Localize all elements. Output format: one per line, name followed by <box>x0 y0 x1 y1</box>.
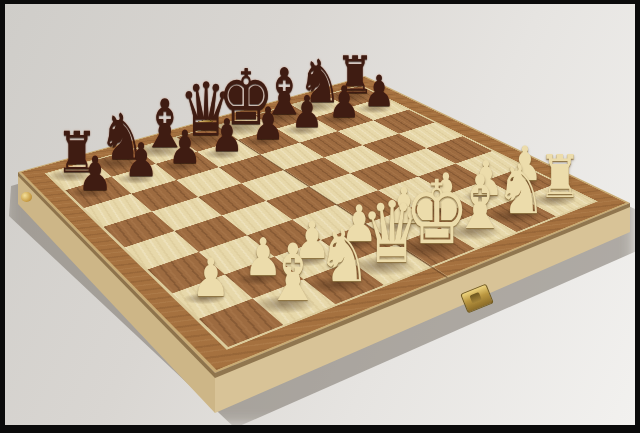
piece-contact-shadow <box>71 188 108 198</box>
piece-black-knight-g8: ♞ <box>298 53 342 113</box>
piece-black-bishop-c8: ♝ <box>140 91 189 158</box>
piece-black-rook-h8: ♜ <box>336 50 374 102</box>
piece-black-pawn-c7: ♟ <box>168 125 202 171</box>
piece-white-bishop-b1: ♝ <box>264 234 322 313</box>
piece-white-queen-d1: ♛ <box>360 190 423 275</box>
piece-white-pawn-a2: ♟ <box>191 251 230 304</box>
piece-white-king-e1: ♚ <box>405 170 470 258</box>
piece-white-pawn-h2: ♟ <box>507 140 542 187</box>
piece-black-bishop-f8: ♝ <box>260 59 307 123</box>
piece-contact-shadow <box>253 296 314 313</box>
piece-contact-shadow <box>348 257 414 276</box>
piece-white-pawn-b2: ♟ <box>244 233 282 285</box>
piece-black-pawn-h7: ♟ <box>364 70 396 113</box>
piece-black-pawn-b7: ♟ <box>124 137 158 184</box>
piece-white-knight-c1: ♞ <box>317 220 371 293</box>
piece-contact-shadow <box>245 137 280 147</box>
piece-white-pawn-g2: ♟ <box>469 153 504 201</box>
piece-contact-shadow <box>290 100 337 113</box>
piece-contact-shadow <box>443 223 501 239</box>
piece-black-rook-a8: ♜ <box>56 125 97 181</box>
piece-contact-shadow <box>236 274 277 285</box>
piece-black-queen-d8: ♛ <box>179 73 233 147</box>
piece-black-pawn-f7: ♟ <box>290 90 323 134</box>
piece-contact-shadow <box>530 194 576 207</box>
piece-white-pawn-c2: ♟ <box>293 215 331 266</box>
piece-white-knight-g1: ♞ <box>496 154 546 222</box>
piece-contact-shadow <box>131 143 183 158</box>
piece-contact-shadow <box>333 238 372 249</box>
piece-white-bishop-f1: ♝ <box>453 166 507 240</box>
piece-white-pawn-e2: ♟ <box>385 183 421 233</box>
piece-contact-shadow <box>357 104 391 113</box>
photo-frame: ♜♞♝♛♚♝♞♜♟♟♟♟♟♟♟♟♟♟♟♟♟♟♟♟♝♞♛♚♝♞♜ <box>0 0 640 433</box>
piece-contact-shadow <box>378 222 417 233</box>
piece-contact-shadow <box>286 255 326 266</box>
piece-contact-shadow <box>284 125 318 135</box>
piece-white-rook-h1: ♜ <box>539 148 582 207</box>
piece-black-pawn-g7: ♟ <box>328 80 360 124</box>
piece-black-pawn-d7: ♟ <box>211 113 244 158</box>
piece-contact-shadow <box>329 91 369 102</box>
piece-black-pawn-a7: ♟ <box>78 150 113 197</box>
pieces-layer: ♜♞♝♛♚♝♞♜♟♟♟♟♟♟♟♟♟♟♟♟♟♟♟♟♝♞♛♚♝♞♜ <box>5 4 635 425</box>
piece-contact-shadow <box>307 277 364 293</box>
piece-contact-shadow <box>421 206 459 217</box>
piece-contact-shadow <box>184 293 225 305</box>
piece-white-pawn-d2: ♟ <box>341 198 378 248</box>
piece-contact-shadow <box>117 174 153 184</box>
piece-black-knight-b8: ♞ <box>98 106 145 170</box>
piece-contact-shadow <box>462 191 500 202</box>
piece-white-pawn-f2: ♟ <box>428 168 464 217</box>
piece-contact-shadow <box>392 239 461 258</box>
piece-contact-shadow <box>486 208 539 223</box>
piece-contact-shadow <box>162 161 198 171</box>
piece-contact-shadow <box>169 131 226 147</box>
piece-contact-shadow <box>501 177 538 187</box>
piece-contact-shadow <box>48 170 92 182</box>
piece-black-king-e8: ♚ <box>218 59 274 135</box>
piece-contact-shadow <box>207 119 267 136</box>
piece-black-pawn-e7: ♟ <box>251 101 284 146</box>
piece-contact-shadow <box>89 156 139 170</box>
piece-contact-shadow <box>321 114 355 124</box>
piece-contact-shadow <box>251 110 301 124</box>
piece-contact-shadow <box>204 149 239 159</box>
